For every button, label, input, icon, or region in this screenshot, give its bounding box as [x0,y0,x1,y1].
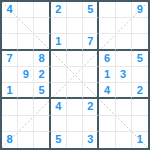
cell-r9c1[interactable]: 8 [2,132,18,148]
cell-r5c7[interactable]: 1 [99,67,115,83]
cell-r9c5[interactable] [67,132,83,148]
cell-r6c9[interactable]: 2 [132,83,148,99]
cell-r1c9[interactable]: 9 [132,2,148,18]
cell-r2c3[interactable] [34,18,50,34]
cell-r3c8[interactable] [116,34,132,50]
cell-r3c7[interactable] [99,34,115,50]
cell-r7c8[interactable] [116,99,132,115]
cell-r5c2[interactable]: 9 [18,67,34,83]
cell-r6c6[interactable] [83,83,99,99]
cell-r8c1[interactable] [2,116,18,132]
cell-r9c2[interactable] [18,132,34,148]
cell-r3c3[interactable] [34,34,50,50]
cell-r9c8[interactable] [116,132,132,148]
cell-r9c7[interactable] [99,132,115,148]
cell-r9c6[interactable]: 3 [83,132,99,148]
cell-r7c9[interactable] [132,99,148,115]
cell-r3c4[interactable]: 1 [51,34,67,50]
cell-r5c4[interactable] [51,67,67,83]
cell-r8c8[interactable] [116,116,132,132]
cell-r3c5[interactable] [67,34,83,50]
cell-r7c1[interactable] [2,99,18,115]
cell-r7c3[interactable] [34,99,50,115]
cell-r7c2[interactable] [18,99,34,115]
cell-r4c5[interactable] [67,51,83,67]
cell-r2c1[interactable] [2,18,18,34]
cell-r1c6[interactable]: 5 [83,2,99,18]
cell-r5c9[interactable] [132,67,148,83]
cell-r6c3[interactable]: 5 [34,83,50,99]
cell-r4c2[interactable] [18,51,34,67]
cell-r3c6[interactable]: 7 [83,34,99,50]
cell-r4c9[interactable]: 5 [132,51,148,67]
cell-r7c7[interactable] [99,99,115,115]
cell-r3c1[interactable] [2,34,18,50]
cell-r8c9[interactable] [132,116,148,132]
cell-r5c5[interactable] [67,67,83,83]
cell-r2c2[interactable] [18,18,34,34]
cell-r4c3[interactable]: 8 [34,51,50,67]
cell-r6c7[interactable]: 4 [99,83,115,99]
cell-r8c6[interactable] [83,116,99,132]
cell-r2c4[interactable] [51,18,67,34]
cell-r1c2[interactable] [18,2,34,18]
cell-r5c8[interactable]: 3 [116,67,132,83]
cell-r2c9[interactable] [132,18,148,34]
cell-r4c6[interactable] [83,51,99,67]
cell-r2c7[interactable] [99,18,115,34]
cell-r8c3[interactable] [34,116,50,132]
cell-r9c9[interactable]: 1 [132,132,148,148]
cell-r5c6[interactable] [83,67,99,83]
cell-r3c2[interactable] [18,34,34,50]
cell-r1c1[interactable]: 4 [2,2,18,18]
cell-r5c1[interactable] [2,67,18,83]
cell-r7c4[interactable]: 4 [51,99,67,115]
cell-r2c5[interactable] [67,18,83,34]
cell-r9c3[interactable] [34,132,50,148]
cell-r8c2[interactable] [18,116,34,132]
cell-r2c8[interactable] [116,18,132,34]
cell-r6c4[interactable] [51,83,67,99]
cell-r6c8[interactable] [116,83,132,99]
cell-r6c2[interactable] [18,83,34,99]
cell-r4c7[interactable]: 6 [99,51,115,67]
cell-r4c4[interactable] [51,51,67,67]
cell-r9c4[interactable]: 5 [51,132,67,148]
cell-r8c5[interactable] [67,116,83,132]
cell-r2c6[interactable] [83,18,99,34]
cell-r1c3[interactable] [34,2,50,18]
cell-r3c9[interactable] [132,34,148,50]
cell-r7c5[interactable] [67,99,83,115]
cell-r4c1[interactable]: 7 [2,51,18,67]
cell-r1c5[interactable] [67,2,83,18]
cell-r4c8[interactable] [116,51,132,67]
cell-r7c6[interactable]: 2 [83,99,99,115]
cell-r6c5[interactable] [67,83,83,99]
cell-r6c1[interactable]: 1 [2,83,18,99]
cell-r1c7[interactable] [99,2,115,18]
sudoku-board: 425917786592131542428531 [0,0,150,150]
cell-r5c3[interactable]: 2 [34,67,50,83]
cell-r8c4[interactable] [51,116,67,132]
cell-r1c4[interactable]: 2 [51,2,67,18]
cell-r1c8[interactable] [116,2,132,18]
cell-r8c7[interactable] [99,116,115,132]
